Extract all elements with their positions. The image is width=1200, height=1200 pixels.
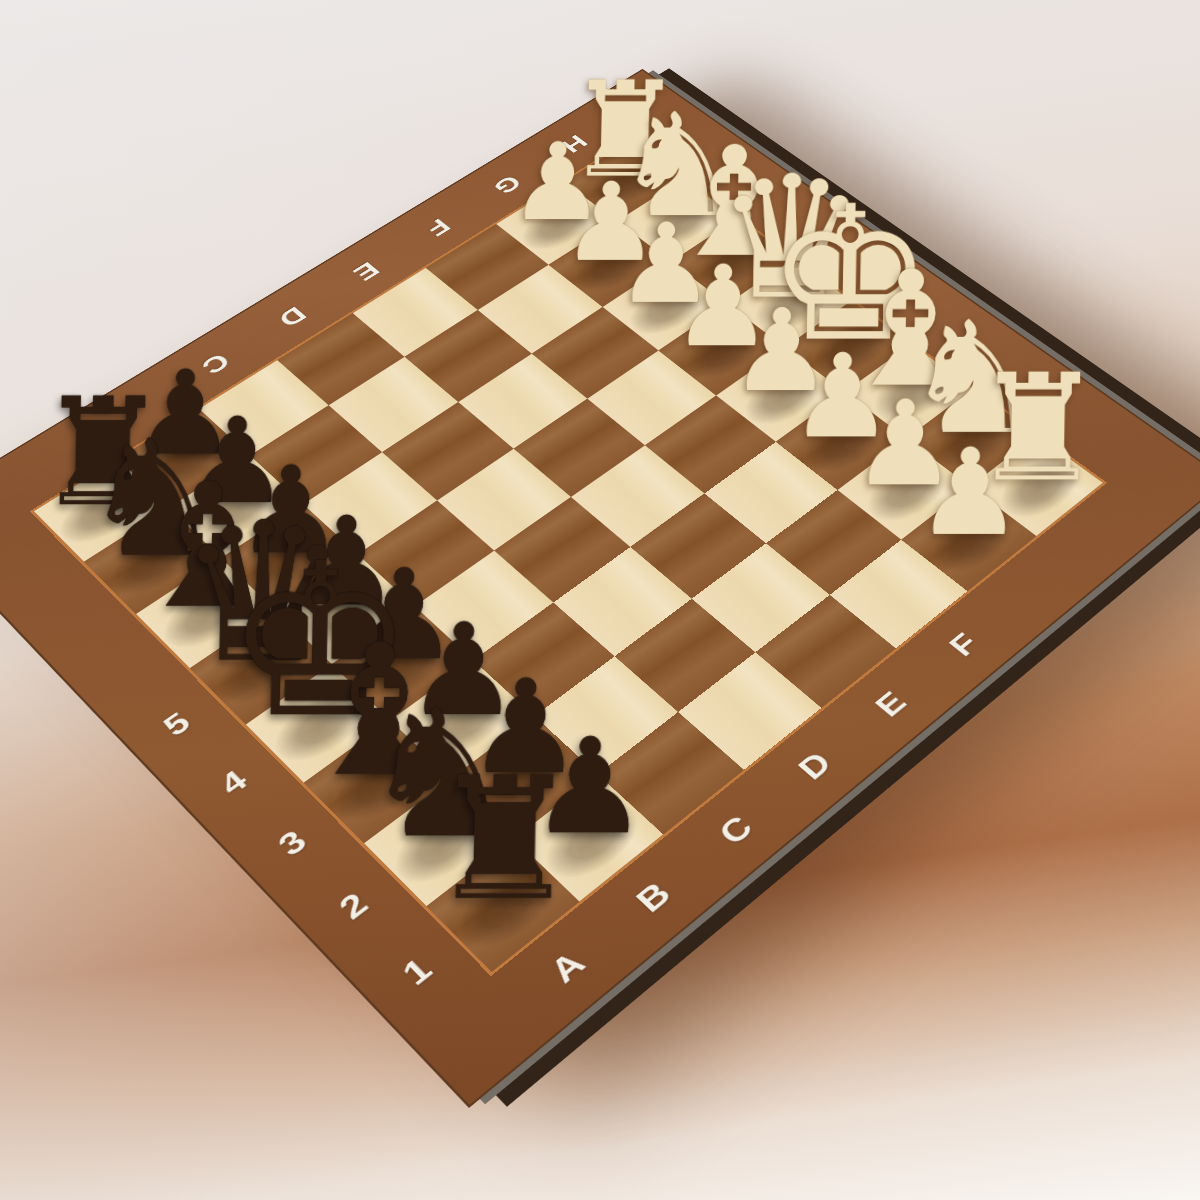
file-label-bottom-a: A — [542, 944, 593, 990]
rank-label-left-5: 5 — [156, 706, 197, 742]
square-a1[interactable]: ♜ — [427, 839, 580, 972]
rank-label-left-1: 1 — [395, 950, 440, 992]
photo-backdrop: HGFEDC54321ABCDEF ♜♟♟♜♞♟♟♞♝♟♟♝♛♟♟♛♚♟♟♚♝♟… — [0, 0, 1200, 1200]
file-label-bottom-c: C — [711, 809, 760, 852]
black-rook-a1[interactable]: ♜ — [427, 755, 582, 924]
file-label-top-f: F — [419, 214, 456, 240]
white-pawn-g1[interactable]: ♟ — [915, 432, 1024, 552]
square-g1[interactable]: ♟ — [901, 486, 1036, 591]
board-frame: HGFEDC54321ABCDEF ♜♟♟♜♞♟♟♞♝♟♟♝♛♟♟♛♚♟♟♚♝♟… — [0, 70, 1200, 1104]
rank-label-left-4: 4 — [213, 764, 255, 801]
file-label-top-e: E — [347, 257, 386, 285]
file-label-bottom-f: F — [941, 627, 985, 662]
file-label-top-d: D — [272, 301, 312, 331]
board-squares: ♜♟♟♜♞♟♟♞♝♟♟♝♛♟♟♛♚♟♟♚♝♟♟♝♞♟♟♞♜♟♟♜ — [30, 138, 1107, 976]
rank-label-left-2: 2 — [331, 886, 375, 926]
file-label-bottom-d: D — [790, 745, 839, 786]
file-label-bottom-b: B — [628, 875, 678, 919]
rank-label-left-3: 3 — [271, 824, 314, 863]
chessboard-3d: HGFEDC54321ABCDEF ♜♟♟♜♞♟♟♞♝♟♟♝♛♟♟♛♚♟♟♚♝♟… — [0, 70, 1200, 1104]
file-label-bottom-e: E — [867, 685, 913, 723]
